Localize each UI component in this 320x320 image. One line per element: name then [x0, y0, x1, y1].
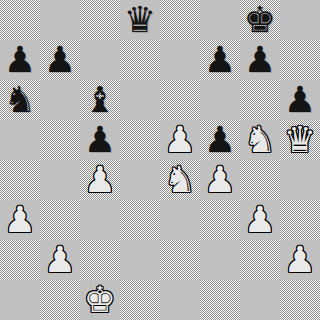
chess-board: ♛♚♟♟♟♟♞♝♟♟♟♟♞♛♟♞♟♟♟♟♟♚ [0, 0, 320, 320]
piece-white-pawn[interactable]: ♟ [4, 200, 36, 240]
piece-black-pawn[interactable]: ♟ [204, 40, 236, 80]
piece-black-pawn[interactable]: ♟ [204, 120, 236, 160]
square-e1[interactable] [160, 280, 200, 320]
square-e8[interactable] [160, 0, 200, 40]
square-h4[interactable] [280, 160, 320, 200]
piece-white-pawn[interactable]: ♟ [204, 160, 236, 200]
square-b6[interactable] [40, 80, 80, 120]
square-f5[interactable]: ♟ [200, 120, 240, 160]
square-a6[interactable]: ♞ [0, 80, 40, 120]
piece-black-bishop[interactable]: ♝ [84, 80, 116, 120]
square-d4[interactable] [120, 160, 160, 200]
square-h2[interactable]: ♟ [280, 240, 320, 280]
square-g5[interactable]: ♞ [240, 120, 280, 160]
square-f4[interactable]: ♟ [200, 160, 240, 200]
square-f7[interactable]: ♟ [200, 40, 240, 80]
square-c6[interactable]: ♝ [80, 80, 120, 120]
piece-black-pawn[interactable]: ♟ [84, 120, 116, 160]
square-g4[interactable] [240, 160, 280, 200]
square-a4[interactable] [0, 160, 40, 200]
square-e3[interactable] [160, 200, 200, 240]
square-e2[interactable] [160, 240, 200, 280]
piece-black-king[interactable]: ♚ [244, 0, 276, 40]
piece-white-king[interactable]: ♚ [84, 280, 116, 320]
square-a8[interactable] [0, 0, 40, 40]
piece-black-pawn[interactable]: ♟ [284, 80, 316, 120]
square-f3[interactable] [200, 200, 240, 240]
square-b1[interactable] [40, 280, 80, 320]
square-f8[interactable] [200, 0, 240, 40]
square-d6[interactable] [120, 80, 160, 120]
square-g6[interactable] [240, 80, 280, 120]
square-e6[interactable] [160, 80, 200, 120]
piece-white-queen[interactable]: ♛ [284, 120, 316, 160]
piece-black-pawn[interactable]: ♟ [4, 40, 36, 80]
piece-white-pawn[interactable]: ♟ [44, 240, 76, 280]
square-h6[interactable]: ♟ [280, 80, 320, 120]
piece-white-pawn[interactable]: ♟ [164, 120, 196, 160]
piece-black-pawn[interactable]: ♟ [244, 40, 276, 80]
square-a1[interactable] [0, 280, 40, 320]
square-c3[interactable] [80, 200, 120, 240]
square-f2[interactable] [200, 240, 240, 280]
piece-white-knight[interactable]: ♞ [244, 120, 276, 160]
square-c2[interactable] [80, 240, 120, 280]
piece-black-knight[interactable]: ♞ [4, 80, 36, 120]
square-a3[interactable]: ♟ [0, 200, 40, 240]
square-a5[interactable] [0, 120, 40, 160]
square-d1[interactable] [120, 280, 160, 320]
square-g3[interactable]: ♟ [240, 200, 280, 240]
square-a2[interactable] [0, 240, 40, 280]
square-h7[interactable] [280, 40, 320, 80]
square-d7[interactable] [120, 40, 160, 80]
square-c4[interactable]: ♟ [80, 160, 120, 200]
piece-white-pawn[interactable]: ♟ [244, 200, 276, 240]
square-f6[interactable] [200, 80, 240, 120]
square-d2[interactable] [120, 240, 160, 280]
piece-black-pawn[interactable]: ♟ [44, 40, 76, 80]
square-d3[interactable] [120, 200, 160, 240]
square-h8[interactable] [280, 0, 320, 40]
square-e4[interactable]: ♞ [160, 160, 200, 200]
piece-white-pawn[interactable]: ♟ [284, 240, 316, 280]
square-c1[interactable]: ♚ [80, 280, 120, 320]
square-g2[interactable] [240, 240, 280, 280]
square-d8[interactable]: ♛ [120, 0, 160, 40]
square-g8[interactable]: ♚ [240, 0, 280, 40]
square-g1[interactable] [240, 280, 280, 320]
piece-black-queen[interactable]: ♛ [124, 0, 156, 40]
square-g7[interactable]: ♟ [240, 40, 280, 80]
square-c5[interactable]: ♟ [80, 120, 120, 160]
square-c7[interactable] [80, 40, 120, 80]
square-f1[interactable] [200, 280, 240, 320]
square-b2[interactable]: ♟ [40, 240, 80, 280]
square-a7[interactable]: ♟ [0, 40, 40, 80]
square-b5[interactable] [40, 120, 80, 160]
square-b3[interactable] [40, 200, 80, 240]
square-e7[interactable] [160, 40, 200, 80]
piece-white-knight[interactable]: ♞ [164, 160, 196, 200]
square-h1[interactable] [280, 280, 320, 320]
square-b4[interactable] [40, 160, 80, 200]
square-b7[interactable]: ♟ [40, 40, 80, 80]
square-h5[interactable]: ♛ [280, 120, 320, 160]
piece-white-pawn[interactable]: ♟ [84, 160, 116, 200]
square-b8[interactable] [40, 0, 80, 40]
square-d5[interactable] [120, 120, 160, 160]
square-c8[interactable] [80, 0, 120, 40]
square-h3[interactable] [280, 200, 320, 240]
square-e5[interactable]: ♟ [160, 120, 200, 160]
